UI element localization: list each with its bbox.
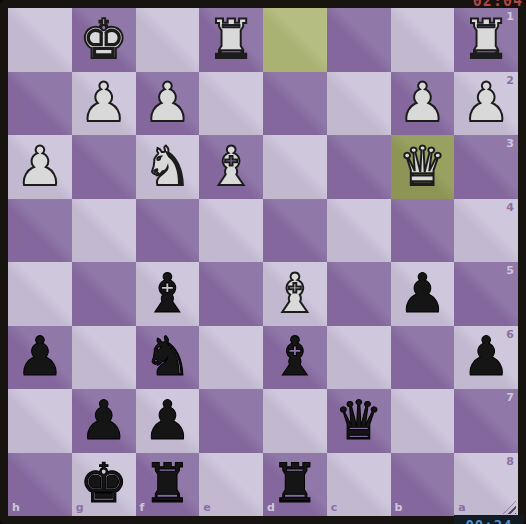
black-knight-icon[interactable]: ♞ (143, 330, 191, 384)
square-e7[interactable] (199, 389, 263, 453)
white-bishop-icon[interactable]: ♝ (207, 140, 255, 194)
square-f1[interactable] (136, 8, 200, 72)
square-f4[interactable] (136, 199, 200, 263)
square-e8[interactable]: e (199, 453, 263, 517)
square-a4[interactable]: 4 (454, 199, 518, 263)
square-h8[interactable]: h (8, 453, 72, 517)
square-h7[interactable] (8, 389, 72, 453)
white-pawn-icon[interactable]: ♟ (398, 76, 446, 130)
black-bishop-icon[interactable]: ♝ (271, 330, 319, 384)
black-bishop-icon[interactable]: ♝ (143, 267, 191, 321)
square-d6[interactable]: ♝ (263, 326, 327, 390)
file-label-a: a (458, 502, 465, 513)
square-e5[interactable] (199, 262, 263, 326)
file-label-e: e (203, 502, 210, 513)
square-d2[interactable] (263, 72, 327, 136)
square-a3[interactable]: 3 (454, 135, 518, 199)
black-pawn-icon[interactable]: ♟ (398, 267, 446, 321)
square-b1[interactable] (391, 8, 455, 72)
black-queen-icon[interactable]: ♛ (334, 394, 382, 448)
square-h4[interactable] (8, 199, 72, 263)
square-f8[interactable]: ♜f (136, 453, 200, 517)
file-label-h: h (12, 502, 20, 513)
rank-label-4: 4 (506, 202, 514, 213)
square-g6[interactable] (72, 326, 136, 390)
square-a5[interactable]: 5 (454, 262, 518, 326)
white-rook-icon[interactable]: ♜ (462, 13, 510, 67)
white-rook-icon[interactable]: ♜ (207, 13, 255, 67)
square-a2[interactable]: ♟2 (454, 72, 518, 136)
square-g5[interactable] (72, 262, 136, 326)
white-pawn-icon[interactable]: ♟ (16, 140, 64, 194)
black-pawn-icon[interactable]: ♟ (462, 330, 510, 384)
square-b5[interactable]: ♟ (391, 262, 455, 326)
square-a8[interactable]: 8a (454, 453, 518, 517)
black-clock-time: 00:24 (465, 517, 512, 524)
white-pawn-icon[interactable]: ♟ (79, 76, 127, 130)
black-rook-icon[interactable]: ♜ (271, 457, 319, 511)
square-e2[interactable] (199, 72, 263, 136)
chess-board: ♚♜♜1♟♟♟♟2♟♞♝♛34♝♝♟5♟♞♝♟6♟♟♛7h♚g♜fe♜dcb8a (8, 8, 518, 516)
chess-board-window: 02:04 ♚♜♜1♟♟♟♟2♟♞♝♛34♝♝♟5♟♞♝♟6♟♟♛7h♚g♜fe… (0, 0, 526, 524)
rank-label-5: 5 (506, 265, 514, 276)
white-queen-icon[interactable]: ♛ (398, 140, 446, 194)
square-b6[interactable] (391, 326, 455, 390)
rank-label-3: 3 (506, 138, 514, 149)
square-b7[interactable] (391, 389, 455, 453)
white-bishop-icon[interactable]: ♝ (271, 267, 319, 321)
square-c6[interactable] (327, 326, 391, 390)
square-b4[interactable] (391, 199, 455, 263)
rank-label-2: 2 (506, 75, 514, 86)
square-f5[interactable]: ♝ (136, 262, 200, 326)
file-label-d: d (267, 502, 275, 513)
square-g7[interactable]: ♟ (72, 389, 136, 453)
file-label-f: f (140, 502, 145, 513)
black-king-icon[interactable]: ♚ (79, 457, 127, 511)
rank-label-7: 7 (506, 392, 514, 403)
square-b8[interactable]: b (391, 453, 455, 517)
square-d3[interactable] (263, 135, 327, 199)
square-a7[interactable]: 7 (454, 389, 518, 453)
square-g8[interactable]: ♚g (72, 453, 136, 517)
square-d1[interactable] (263, 8, 327, 72)
square-d5[interactable]: ♝ (263, 262, 327, 326)
square-h6[interactable]: ♟ (8, 326, 72, 390)
square-f2[interactable]: ♟ (136, 72, 200, 136)
white-knight-icon[interactable]: ♞ (143, 140, 191, 194)
rank-label-8: 8 (506, 456, 514, 467)
square-h3[interactable]: ♟ (8, 135, 72, 199)
black-pawn-icon[interactable]: ♟ (79, 394, 127, 448)
black-pawn-icon[interactable]: ♟ (143, 394, 191, 448)
square-a6[interactable]: ♟6 (454, 326, 518, 390)
square-g3[interactable] (72, 135, 136, 199)
square-e6[interactable] (199, 326, 263, 390)
file-label-b: b (395, 502, 403, 513)
square-g1[interactable]: ♚ (72, 8, 136, 72)
square-g4[interactable] (72, 199, 136, 263)
square-f6[interactable]: ♞ (136, 326, 200, 390)
square-d7[interactable] (263, 389, 327, 453)
square-c1[interactable] (327, 8, 391, 72)
black-clock: 00:24 (454, 515, 524, 524)
square-h2[interactable] (8, 72, 72, 136)
square-c2[interactable] (327, 72, 391, 136)
square-b3[interactable]: ♛ (391, 135, 455, 199)
square-e1[interactable]: ♜ (199, 8, 263, 72)
square-f3[interactable]: ♞ (136, 135, 200, 199)
square-c4[interactable] (327, 199, 391, 263)
square-c8[interactable]: c (327, 453, 391, 517)
square-c7[interactable]: ♛ (327, 389, 391, 453)
black-rook-icon[interactable]: ♜ (143, 457, 191, 511)
rank-label-1: 1 (506, 11, 514, 22)
square-h1[interactable] (8, 8, 72, 72)
square-f7[interactable]: ♟ (136, 389, 200, 453)
square-c3[interactable] (327, 135, 391, 199)
square-e4[interactable] (199, 199, 263, 263)
file-label-c: c (331, 502, 338, 513)
file-label-g: g (76, 502, 84, 513)
square-c5[interactable] (327, 262, 391, 326)
square-a1[interactable]: ♜1 (454, 8, 518, 72)
black-pawn-icon[interactable]: ♟ (16, 330, 64, 384)
white-pawn-icon[interactable]: ♟ (143, 76, 191, 130)
square-b2[interactable]: ♟ (391, 72, 455, 136)
white-king-icon[interactable]: ♚ (79, 13, 127, 67)
square-d8[interactable]: ♜d (263, 453, 327, 517)
rank-label-6: 6 (506, 329, 514, 340)
square-d4[interactable] (263, 199, 327, 263)
square-g2[interactable]: ♟ (72, 72, 136, 136)
square-h5[interactable] (8, 262, 72, 326)
square-e3[interactable]: ♝ (199, 135, 263, 199)
white-pawn-icon[interactable]: ♟ (462, 76, 510, 130)
